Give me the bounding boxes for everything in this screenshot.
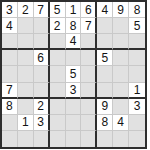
cell-r1c2: 2: [18, 2, 34, 18]
cell-r5c5: 5: [66, 66, 82, 82]
given-digit: 7: [85, 20, 92, 32]
given-digit: 2: [37, 100, 44, 112]
cell-r3c2[interactable]: [18, 34, 34, 50]
cell-r7c9: 3: [129, 99, 145, 115]
cell-r2c4: 2: [50, 18, 66, 34]
cell-r3c7[interactable]: [97, 34, 113, 50]
cell-r9c2[interactable]: [18, 131, 34, 147]
given-digit: 3: [70, 84, 77, 96]
cell-r9c5[interactable]: [66, 131, 82, 147]
cell-r6c8[interactable]: [113, 83, 129, 99]
cell-r8c2: 1: [18, 115, 34, 131]
given-digit: 4: [6, 20, 13, 32]
cell-r5c1[interactable]: [2, 66, 18, 82]
cell-r4c9[interactable]: [129, 50, 145, 66]
cell-r9c8[interactable]: [113, 131, 129, 147]
cell-r5c6[interactable]: [81, 66, 97, 82]
given-digit: 5: [101, 52, 108, 64]
cell-r1c5: 1: [66, 2, 82, 18]
cell-r8c6[interactable]: [81, 115, 97, 131]
cell-r8c8: 4: [113, 115, 129, 131]
given-digit: 8: [101, 116, 108, 128]
cell-r8c4[interactable]: [50, 115, 66, 131]
sudoku-page: 32751649842875465573182931384: [0, 0, 150, 150]
cell-r2c1: 4: [2, 18, 18, 34]
cell-r4c4[interactable]: [50, 50, 66, 66]
cell-r1c1: 3: [2, 2, 18, 18]
given-digit: 4: [101, 4, 108, 16]
cell-r9c7[interactable]: [97, 131, 113, 147]
cell-r1c6: 6: [81, 2, 97, 18]
cell-r5c2[interactable]: [18, 66, 34, 82]
given-digit: 5: [54, 4, 61, 16]
given-digit: 8: [6, 100, 13, 112]
given-digit: 1: [134, 84, 141, 96]
given-digit: 9: [101, 100, 108, 112]
given-digit: 9: [117, 4, 124, 16]
cell-r6c3[interactable]: [34, 83, 50, 99]
cell-r1c8: 9: [113, 2, 129, 18]
cell-r1c3: 7: [34, 2, 50, 18]
sudoku-board: 32751649842875465573182931384: [0, 0, 147, 149]
cell-r7c8[interactable]: [113, 99, 129, 115]
cell-r7c2[interactable]: [18, 99, 34, 115]
cell-r3c1[interactable]: [2, 34, 18, 50]
cell-r9c3[interactable]: [34, 131, 50, 147]
given-digit: 8: [134, 4, 141, 16]
given-digit: 1: [70, 4, 77, 16]
cell-r4c1[interactable]: [2, 50, 18, 66]
cell-r8c7: 8: [97, 115, 113, 131]
cell-r7c6[interactable]: [81, 99, 97, 115]
cell-r4c8[interactable]: [113, 50, 129, 66]
cell-r7c5[interactable]: [66, 99, 82, 115]
cell-r5c9[interactable]: [129, 66, 145, 82]
cell-r9c6[interactable]: [81, 131, 97, 147]
cell-r8c1[interactable]: [2, 115, 18, 131]
cell-r2c5: 8: [66, 18, 82, 34]
cell-r4c6[interactable]: [81, 50, 97, 66]
given-digit: 1: [22, 116, 29, 128]
cell-r7c4[interactable]: [50, 99, 66, 115]
cell-r4c5[interactable]: [66, 50, 82, 66]
cell-r9c9[interactable]: [129, 131, 145, 147]
given-digit: 4: [117, 116, 124, 128]
cell-r6c5: 3: [66, 83, 82, 99]
cell-r3c9[interactable]: [129, 34, 145, 50]
given-digit: 4: [70, 35, 77, 47]
cell-r2c9: 5: [129, 18, 145, 34]
given-digit: 5: [134, 20, 141, 32]
cell-r2c8[interactable]: [113, 18, 129, 34]
cell-r3c6[interactable]: [81, 34, 97, 50]
cell-r4c3: 6: [34, 50, 50, 66]
cell-r3c8[interactable]: [113, 34, 129, 50]
cell-r2c6: 7: [81, 18, 97, 34]
cell-r4c2[interactable]: [18, 50, 34, 66]
cell-r6c6[interactable]: [81, 83, 97, 99]
cell-r4c7: 5: [97, 50, 113, 66]
cell-r6c4[interactable]: [50, 83, 66, 99]
cell-r7c3: 2: [34, 99, 50, 115]
cell-r3c4[interactable]: [50, 34, 66, 50]
cell-r2c7[interactable]: [97, 18, 113, 34]
cell-r7c7: 9: [97, 99, 113, 115]
cell-r5c7[interactable]: [97, 66, 113, 82]
given-digit: 6: [85, 4, 92, 16]
cell-r5c3[interactable]: [34, 66, 50, 82]
cell-r9c4[interactable]: [50, 131, 66, 147]
cell-r8c9[interactable]: [129, 115, 145, 131]
cell-r8c5[interactable]: [66, 115, 82, 131]
given-digit: 3: [134, 100, 141, 112]
given-digit: 8: [70, 20, 77, 32]
given-digit: 7: [37, 4, 44, 16]
given-digit: 3: [37, 116, 44, 128]
cell-r6c7[interactable]: [97, 83, 113, 99]
cell-r9c1[interactable]: [2, 131, 18, 147]
cell-r6c2[interactable]: [18, 83, 34, 99]
given-digit: 6: [37, 52, 44, 64]
cell-r8c3: 3: [34, 115, 50, 131]
cell-r5c4[interactable]: [50, 66, 66, 82]
given-digit: 7: [6, 84, 13, 96]
given-digit: 5: [70, 68, 77, 80]
cell-r7c1: 8: [2, 99, 18, 115]
cell-r3c3[interactable]: [34, 34, 50, 50]
cell-r3c5: 4: [66, 34, 82, 50]
given-digit: 2: [54, 20, 61, 32]
cell-r5c8[interactable]: [113, 66, 129, 82]
cell-r1c9: 8: [129, 2, 145, 18]
cell-r2c2[interactable]: [18, 18, 34, 34]
given-digit: 3: [6, 4, 13, 16]
cell-r6c9: 1: [129, 83, 145, 99]
given-digit: 2: [22, 4, 29, 16]
cell-r2c3[interactable]: [34, 18, 50, 34]
cell-r6c1: 7: [2, 83, 18, 99]
cell-r1c7: 4: [97, 2, 113, 18]
cell-r1c4: 5: [50, 2, 66, 18]
